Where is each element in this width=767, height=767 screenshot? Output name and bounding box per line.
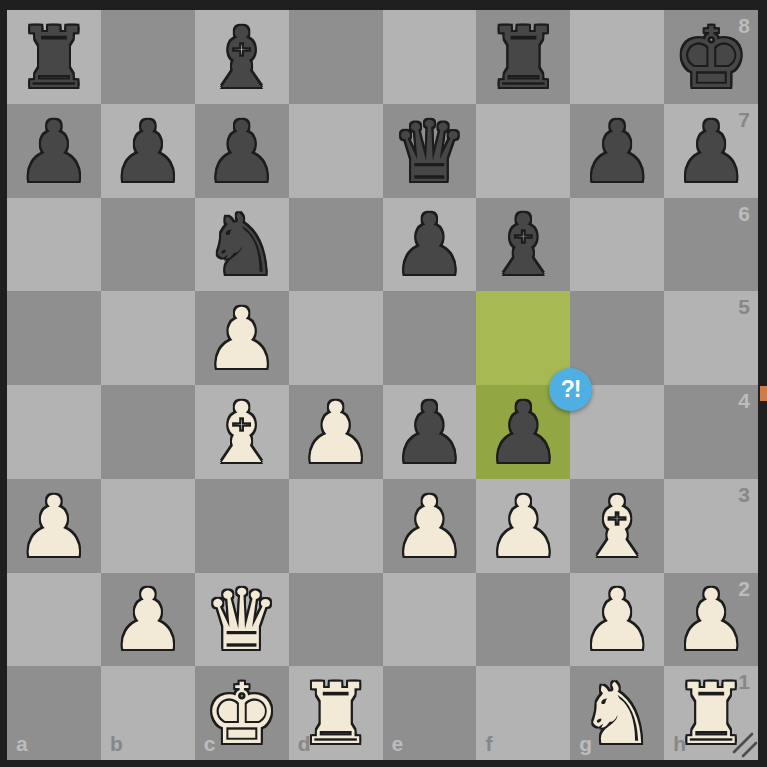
square-c2[interactable]: ♛ [195, 573, 289, 667]
black-pawn[interactable]: ♟ [383, 385, 477, 479]
white-pawn[interactable]: ♟ [383, 479, 477, 573]
square-a2[interactable] [7, 573, 101, 667]
file-label-b: b [110, 732, 123, 756]
square-c6[interactable]: ♞ [195, 198, 289, 292]
square-b4[interactable] [101, 385, 195, 479]
square-g2[interactable]: ♟ [570, 573, 664, 667]
square-a1[interactable]: a [7, 666, 101, 760]
white-pawn[interactable]: ♟ [476, 479, 570, 573]
white-pawn[interactable]: ♟ [570, 573, 664, 667]
square-g5[interactable] [570, 291, 664, 385]
square-a7[interactable]: ♟ [7, 104, 101, 198]
square-a8[interactable]: ♜ [7, 10, 101, 104]
square-e5[interactable] [383, 291, 477, 385]
rank-label-6: 6 [738, 202, 750, 226]
board-resize-handle[interactable] [731, 731, 758, 758]
square-c1[interactable]: ♚c [195, 666, 289, 760]
white-pawn[interactable]: ♟ [664, 573, 758, 667]
black-pawn[interactable]: ♟ [101, 104, 195, 198]
square-c7[interactable]: ♟ [195, 104, 289, 198]
square-g7[interactable]: ♟ [570, 104, 664, 198]
black-bishop[interactable]: ♝ [195, 10, 289, 104]
black-rook[interactable]: ♜ [7, 10, 101, 104]
square-a4[interactable] [7, 385, 101, 479]
edge-marker [760, 386, 767, 401]
white-bishop[interactable]: ♝ [570, 479, 664, 573]
chess-board: ♜♝♜♚8♟♟♟♛♟♟7♞♟♝6♟5♝♟♟♟4♟♟♟♝3♟♛♟♟2ab♚c♜de… [7, 10, 758, 760]
square-c4[interactable]: ♝ [195, 385, 289, 479]
square-e1[interactable]: e [383, 666, 477, 760]
file-label-f: f [485, 732, 492, 756]
square-d4[interactable]: ♟ [289, 385, 383, 479]
dubious-move-badge: ?! [549, 368, 592, 411]
square-b1[interactable]: b [101, 666, 195, 760]
square-f8[interactable]: ♜ [476, 10, 570, 104]
square-e2[interactable] [383, 573, 477, 667]
white-pawn[interactable]: ♟ [101, 573, 195, 667]
file-label-a: a [16, 732, 28, 756]
square-h6[interactable]: 6 [664, 198, 758, 292]
square-d3[interactable] [289, 479, 383, 573]
square-g8[interactable] [570, 10, 664, 104]
square-a5[interactable] [7, 291, 101, 385]
square-c5[interactable]: ♟ [195, 291, 289, 385]
square-a3[interactable]: ♟ [7, 479, 101, 573]
square-b8[interactable] [101, 10, 195, 104]
square-h7[interactable]: ♟7 [664, 104, 758, 198]
square-e7[interactable]: ♛ [383, 104, 477, 198]
square-b2[interactable]: ♟ [101, 573, 195, 667]
white-queen[interactable]: ♛ [195, 573, 289, 667]
square-e8[interactable] [383, 10, 477, 104]
black-king[interactable]: ♚ [664, 10, 758, 104]
square-a6[interactable] [7, 198, 101, 292]
square-f1[interactable]: f [476, 666, 570, 760]
square-b3[interactable] [101, 479, 195, 573]
square-f7[interactable] [476, 104, 570, 198]
black-rook[interactable]: ♜ [476, 10, 570, 104]
square-g1[interactable]: ♞g [570, 666, 664, 760]
square-h8[interactable]: ♚8 [664, 10, 758, 104]
square-f3[interactable]: ♟ [476, 479, 570, 573]
rank-label-4: 4 [738, 389, 750, 413]
resize-diagonals-icon [731, 731, 758, 758]
square-d2[interactable] [289, 573, 383, 667]
square-c3[interactable] [195, 479, 289, 573]
square-h3[interactable]: 3 [664, 479, 758, 573]
square-c8[interactable]: ♝ [195, 10, 289, 104]
board-frame: ♜♝♜♚8♟♟♟♛♟♟7♞♟♝6♟5♝♟♟♟4♟♟♟♝3♟♛♟♟2ab♚c♜de… [0, 0, 767, 767]
white-bishop[interactable]: ♝ [195, 385, 289, 479]
rank-label-5: 5 [738, 295, 750, 319]
white-king[interactable]: ♚ [195, 666, 289, 760]
white-pawn[interactable]: ♟ [195, 291, 289, 385]
square-e6[interactable]: ♟ [383, 198, 477, 292]
file-label-e: e [392, 732, 404, 756]
dubious-move-badge-label: ?! [561, 376, 581, 403]
square-f6[interactable]: ♝ [476, 198, 570, 292]
square-h2[interactable]: ♟2 [664, 573, 758, 667]
square-g6[interactable] [570, 198, 664, 292]
square-b7[interactable]: ♟ [101, 104, 195, 198]
black-pawn[interactable]: ♟ [7, 104, 101, 198]
black-pawn[interactable]: ♟ [664, 104, 758, 198]
white-rook[interactable]: ♜ [289, 666, 383, 760]
black-pawn[interactable]: ♟ [195, 104, 289, 198]
square-d5[interactable] [289, 291, 383, 385]
black-pawn[interactable]: ♟ [570, 104, 664, 198]
square-d6[interactable] [289, 198, 383, 292]
square-d1[interactable]: ♜d [289, 666, 383, 760]
white-pawn[interactable]: ♟ [7, 479, 101, 573]
square-h4[interactable]: 4 [664, 385, 758, 479]
square-d7[interactable] [289, 104, 383, 198]
square-f2[interactable] [476, 573, 570, 667]
black-bishop[interactable]: ♝ [476, 198, 570, 292]
square-g3[interactable]: ♝ [570, 479, 664, 573]
white-knight[interactable]: ♞ [570, 666, 664, 760]
rank-label-3: 3 [738, 483, 750, 507]
square-e3[interactable]: ♟ [383, 479, 477, 573]
black-knight[interactable]: ♞ [195, 198, 289, 292]
square-e4[interactable]: ♟ [383, 385, 477, 479]
square-b6[interactable] [101, 198, 195, 292]
square-f5[interactable] [476, 291, 570, 385]
black-pawn[interactable]: ♟ [383, 198, 477, 292]
square-h5[interactable]: 5 [664, 291, 758, 385]
square-d8[interactable] [289, 10, 383, 104]
black-queen[interactable]: ♛ [383, 104, 477, 198]
square-b5[interactable] [101, 291, 195, 385]
white-pawn[interactable]: ♟ [289, 385, 383, 479]
